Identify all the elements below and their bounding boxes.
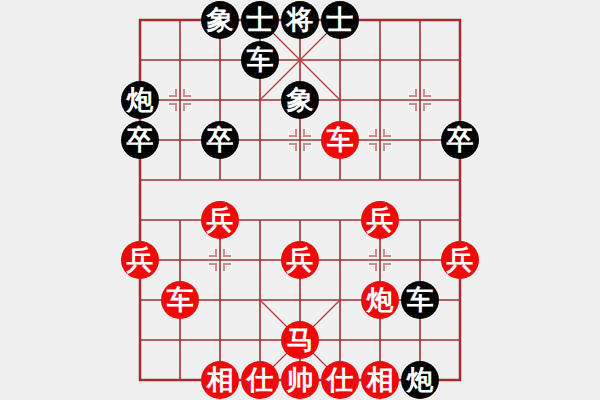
black-advisor-piece[interactable]: 士: [241, 1, 279, 39]
red-chariot-piece[interactable]: 车: [161, 281, 199, 319]
red-cannon-piece[interactable]: 炮: [361, 281, 399, 319]
black-cannon-piece[interactable]: 炮: [121, 81, 159, 119]
red-advisor-piece[interactable]: 仕: [321, 361, 359, 399]
red-chariot-piece[interactable]: 车: [321, 121, 359, 159]
red-horse-piece[interactable]: 马: [281, 321, 319, 359]
red-pawn-piece[interactable]: 兵: [281, 241, 319, 279]
black-elephant-piece[interactable]: 象: [281, 81, 319, 119]
red-general-piece[interactable]: 帅: [281, 361, 319, 399]
red-advisor-piece[interactable]: 仕: [241, 361, 279, 399]
black-advisor-piece[interactable]: 士: [321, 1, 359, 39]
board[interactable]: 象士将士车炮象卒卒车卒兵兵兵兵兵车炮车马相仕帅仕相炮: [120, 0, 480, 400]
black-chariot-piece[interactable]: 车: [401, 281, 439, 319]
red-pawn-piece[interactable]: 兵: [441, 241, 479, 279]
red-elephant-piece[interactable]: 相: [361, 361, 399, 399]
black-chariot-piece[interactable]: 车: [241, 41, 279, 79]
black-general-piece[interactable]: 将: [281, 1, 319, 39]
red-pawn-piece[interactable]: 兵: [121, 241, 159, 279]
red-pawn-piece[interactable]: 兵: [201, 201, 239, 239]
black-pawn-piece[interactable]: 卒: [441, 121, 479, 159]
red-pawn-piece[interactable]: 兵: [361, 201, 399, 239]
black-elephant-piece[interactable]: 象: [201, 1, 239, 39]
black-cannon-piece[interactable]: 炮: [401, 361, 439, 399]
black-pawn-piece[interactable]: 卒: [121, 121, 159, 159]
black-pawn-piece[interactable]: 卒: [201, 121, 239, 159]
red-elephant-piece[interactable]: 相: [201, 361, 239, 399]
xiangqi-screen: 象士将士车炮象卒卒车卒兵兵兵兵兵车炮车马相仕帅仕相炮: [0, 0, 600, 400]
